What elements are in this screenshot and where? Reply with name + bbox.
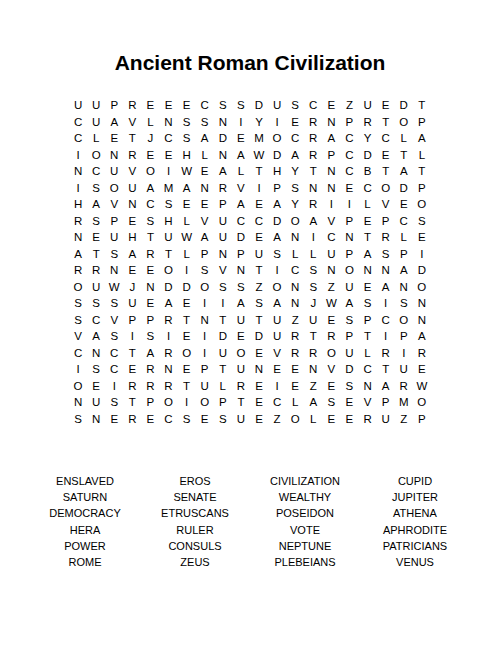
grid-cell: T [123,130,141,147]
grid-cell: S [141,328,159,345]
grid-cell: I [178,394,196,411]
grid-cell: M [159,180,177,197]
grid-cell: R [214,180,232,197]
grid-cell: E [250,378,268,395]
grid-cell: W [250,147,268,164]
grid-cell: C [159,411,177,428]
grid-cell: A [87,196,105,213]
puzzle-title: Ancient Roman Civilization [0,0,500,76]
grid-cell: V [123,163,141,180]
grid-cell: A [268,295,286,312]
grid-cell: T [87,246,105,263]
grid-cell: N [322,262,340,279]
word-list-item: ATHENA [360,505,470,521]
grid-cell: P [141,312,159,329]
grid-cell: P [359,312,377,329]
grid-cell: T [250,163,268,180]
grid-cell: P [395,328,413,345]
grid-cell: O [159,262,177,279]
grid-cell: P [123,312,141,329]
grid-cell: P [340,114,358,131]
grid-cell: Y [286,196,304,213]
grid-cell: A [268,229,286,246]
word-list-item: PATRICIANS [360,538,470,554]
grid-cell: P [214,196,232,213]
grid-cell: O [105,180,123,197]
grid-cell: C [268,394,286,411]
grid-cell: R [359,114,377,131]
grid-cell: N [69,229,87,246]
grid-cell: I [232,114,250,131]
grid-cell: D [268,147,286,164]
grid-cell: W [178,229,196,246]
grid-cell: N [322,180,340,197]
word-list-item: ENSLAVED [30,473,140,489]
grid-cell: E [159,147,177,164]
grid-cell: E [413,229,431,246]
grid-cell: V [69,328,87,345]
grid-cell: S [69,411,87,428]
grid-cell: R [123,411,141,428]
grid-cell: U [87,97,105,114]
grid-cell: O [87,147,105,164]
grid-cell: P [413,411,431,428]
grid-cell: E [105,411,123,428]
grid-cell: A [232,295,250,312]
grid-cell: U [322,246,340,263]
grid-cell: H [159,213,177,230]
grid-cell: S [286,97,304,114]
grid-cell: E [123,262,141,279]
grid-cell: I [69,180,87,197]
word-list-item: RULER [140,522,250,538]
grid-cell: C [141,196,159,213]
grid-cell: S [87,180,105,197]
grid-cell: D [413,262,431,279]
grid-cell: N [286,295,304,312]
grid-cell: I [196,328,214,345]
grid-cell: W [413,378,431,395]
word-list-column-1: ENSLAVEDSATURNDEMOCRACYHERAPOWERROME [30,473,140,570]
grid-cell: E [123,213,141,230]
grid-cell: H [268,163,286,180]
grid-cell: E [413,361,431,378]
grid-cell: U [123,180,141,197]
grid-cell: S [268,246,286,263]
grid-cell: I [377,295,395,312]
grid-cell: I [159,163,177,180]
grid-cell: R [87,262,105,279]
grid-cell: N [322,163,340,180]
grid-cell: E [250,229,268,246]
grid-cell: U [268,312,286,329]
word-list-item: JUPITER [360,489,470,505]
grid-cell: E [286,114,304,131]
grid-cell: V [105,196,123,213]
grid-cell: C [69,130,87,147]
grid-cell: U [250,246,268,263]
grid-cell: E [105,130,123,147]
grid-cell: N [105,147,123,164]
grid-cell: Y [359,130,377,147]
grid-cell: O [141,163,159,180]
grid-cell: A [232,196,250,213]
grid-cell: S [322,394,340,411]
grid-cell: O [413,394,431,411]
grid-cell: O [69,279,87,296]
grid-cell: A [322,130,340,147]
grid-cell: E [232,328,250,345]
word-list-item: VENUS [360,554,470,570]
grid-cell: I [250,180,268,197]
grid-cell: I [395,345,413,362]
grid-cell: S [340,312,358,329]
grid-cell: I [268,114,286,131]
grid-cell: C [340,147,358,164]
grid-cell: D [178,279,196,296]
grid-cell: U [232,312,250,329]
grid-cell: E [196,163,214,180]
grid-cell: A [141,180,159,197]
grid-cell: N [322,114,340,131]
grid-cell: S [69,312,87,329]
grid-cell: I [340,196,358,213]
grid-cell: T [377,163,395,180]
word-list-item: HERA [30,522,140,538]
grid-cell: C [69,345,87,362]
grid-cell: R [395,378,413,395]
grid-cell: S [395,295,413,312]
grid-cell: N [359,378,377,395]
grid-cell: U [159,229,177,246]
grid-cell: C [286,262,304,279]
grid-cell: A [141,345,159,362]
grid-cell: S [105,246,123,263]
grid-cell: V [196,213,214,230]
grid-cell: R [159,312,177,329]
grid-cell: E [250,345,268,362]
grid-cell: D [250,97,268,114]
grid-cell: I [123,328,141,345]
grid-cell: S [87,361,105,378]
grid-cell: A [377,279,395,296]
grid-cell: T [250,312,268,329]
grid-cell: R [286,345,304,362]
grid-cell: L [178,213,196,230]
word-list-item: SENATE [140,489,250,505]
grid-cell: U [69,97,87,114]
grid-cell: N [214,246,232,263]
grid-cell: A [196,229,214,246]
grid-cell: P [214,394,232,411]
word-list-column-3: CIVILIZATIONWEALTHYPOSEIDONVOTENEPTUNEPL… [250,473,360,570]
grid-cell: L [196,147,214,164]
grid-cell: L [359,196,377,213]
grid-cell: U [87,114,105,131]
grid-cell: N [395,279,413,296]
grid-cell: S [214,97,232,114]
grid-cell: S [178,411,196,428]
grid-cell: I [178,262,196,279]
grid-cell: I [268,262,286,279]
grid-cell: R [304,196,322,213]
grid-cell: N [196,312,214,329]
grid-cell: P [105,213,123,230]
grid-cell: U [105,163,123,180]
grid-cell: T [359,328,377,345]
grid-cell: J [141,130,159,147]
grid-cell: O [232,345,250,362]
grid-cell: I [322,196,340,213]
grid-cell: O [395,312,413,329]
grid-cell: S [178,114,196,131]
grid-cell: U [105,229,123,246]
word-list-item: NEPTUNE [250,538,360,554]
grid-cell: P [413,180,431,197]
word-list-item: ZEUS [140,554,250,570]
grid-cell: C [232,213,250,230]
grid-cell: S [159,196,177,213]
grid-cell: I [159,328,177,345]
grid-cell: T [123,345,141,362]
grid-cell: S [196,262,214,279]
grid-cell: N [413,295,431,312]
grid-cell: A [395,262,413,279]
grid-cell: N [159,361,177,378]
grid-cell: E [268,361,286,378]
grid-cell: A [395,163,413,180]
grid-cell: O [69,378,87,395]
word-list-item: CIVILIZATION [250,473,360,489]
grid-cell: S [214,411,232,428]
grid-cell: J [304,295,322,312]
grid-cell: U [268,97,286,114]
grid-cell: L [141,114,159,131]
grid-cell: L [232,163,250,180]
grid-cell: S [286,180,304,197]
grid-cell: U [87,394,105,411]
grid-cell: S [340,378,358,395]
grid-cell: O [377,180,395,197]
grid-cell: N [123,196,141,213]
grid-cell: P [232,246,250,263]
grid-cell: N [232,262,250,279]
grid-cell: R [359,411,377,428]
grid-cell: L [286,394,304,411]
grid-cell: R [123,147,141,164]
grid-cell: V [232,180,250,197]
grid-cell: M [250,130,268,147]
grid-cell: N [377,262,395,279]
grid-cell: Z [250,279,268,296]
grid-cell: P [141,394,159,411]
grid-cell: R [232,378,250,395]
word-list-item: EROS [140,473,250,489]
grid-cell: C [377,130,395,147]
grid-cell: A [359,246,377,263]
grid-cell: E [322,312,340,329]
grid-cell: H [69,196,87,213]
grid-cell: T [159,246,177,263]
grid-cell: T [413,97,431,114]
grid-cell: R [304,130,322,147]
grid-cell: N [340,229,358,246]
grid-cell: N [286,229,304,246]
grid-cell: A [413,328,431,345]
grid-cell: E [141,295,159,312]
grid-cell: O [159,394,177,411]
grid-cell: R [413,345,431,362]
grid-cell: E [178,196,196,213]
grid-cell: L [395,229,413,246]
word-list-column-4: CUPIDJUPITERATHENAAPHRODITEPATRICIANSVEN… [360,473,470,570]
word-list-item: DEMOCRACY [30,505,140,521]
grid-cell: E [359,213,377,230]
grid-cell: S [105,328,123,345]
grid-cell: E [141,262,159,279]
grid-cell: D [250,328,268,345]
grid-cell: C [395,213,413,230]
grid-cell: O [286,213,304,230]
grid-cell: Y [250,114,268,131]
grid-cell: A [304,394,322,411]
grid-cell: I [69,147,87,164]
grid-cell: Z [322,279,340,296]
grid-cell: R [304,147,322,164]
grid-cell: R [123,97,141,114]
grid-cell: S [178,130,196,147]
grid-cell: V [105,312,123,329]
grid-cell: T [413,163,431,180]
grid-cell: N [304,180,322,197]
grid-cell: E [178,361,196,378]
grid-cell: C [250,213,268,230]
grid-cell: A [123,246,141,263]
grid-cell: N [159,114,177,131]
grid-cell: T [304,163,322,180]
grid-cell: T [178,312,196,329]
grid-cell: P [340,246,358,263]
grid-cell: R [159,345,177,362]
grid-cell: O [340,262,358,279]
grid-cell: P [196,246,214,263]
grid-cell: E [340,394,358,411]
word-list-item: WEALTHY [250,489,360,505]
grid-cell: I [413,246,431,263]
grid-cell: S [304,279,322,296]
grid-cell: D [214,130,232,147]
grid-cell: R [69,262,87,279]
grid-cell: P [340,213,358,230]
grid-cell: E [286,378,304,395]
grid-cell: A [159,295,177,312]
grid-cell: L [304,411,322,428]
grid-cell: A [196,130,214,147]
grid-cell: E [141,97,159,114]
grid-cell: D [359,147,377,164]
grid-cell: C [105,361,123,378]
grid-cell: Z [286,312,304,329]
grid-cell: E [377,147,395,164]
grid-cell: T [178,378,196,395]
grid-cell: O [196,394,214,411]
grid-cell: R [159,378,177,395]
grid-cell: P [377,394,395,411]
grid-cell: D [395,97,413,114]
grid-cell: A [340,295,358,312]
grid-cell: Z [340,97,358,114]
grid-cell: Z [395,411,413,428]
grid-cell: E [250,394,268,411]
grid-cell: I [196,295,214,312]
grid-cell: C [69,114,87,131]
grid-cell: E [141,147,159,164]
grid-cell: C [196,97,214,114]
grid-cell: E [87,378,105,395]
grid-cell: E [322,378,340,395]
grid-cell: V [322,213,340,230]
grid-cell: I [196,345,214,362]
grid-cell: T [123,394,141,411]
grid-cell: C [322,229,340,246]
grid-cell: J [123,279,141,296]
grid-cell: L [178,246,196,263]
grid-cell: H [178,147,196,164]
grid-cell: L [304,246,322,263]
grid-cell: C [340,130,358,147]
grid-cell: R [123,378,141,395]
grid-cell: T [395,147,413,164]
grid-cell: S [232,279,250,296]
word-list-item: PLEBEIANS [250,554,360,570]
grid-cell: U [304,312,322,329]
grid-cell: A [286,147,304,164]
grid-cell: U [123,295,141,312]
grid-cell: C [304,97,322,114]
grid-cell: U [268,328,286,345]
grid-cell: C [87,163,105,180]
grid-cell: R [286,328,304,345]
grid-cell: U [214,213,232,230]
grid-cell: P [340,328,358,345]
grid-cell: A [178,180,196,197]
grid-cell: V [268,345,286,362]
grid-cell: V [214,262,232,279]
grid-cell: N [359,262,377,279]
grid-cell: H [123,229,141,246]
grid-cell: C [87,312,105,329]
grid-cell: S [87,295,105,312]
grid-cell: E [395,196,413,213]
grid-cell: S [87,213,105,230]
grid-cell: O [178,345,196,362]
grid-cell: A [268,196,286,213]
grid-cell: R [141,246,159,263]
grid-cell: U [340,279,358,296]
grid-cell: D [268,213,286,230]
grid-cell: T [214,312,232,329]
grid-cell: N [69,394,87,411]
grid-cell: S [250,295,268,312]
grid-cell: E [322,97,340,114]
grid-cell: S [359,295,377,312]
word-list-item: CUPID [360,473,470,489]
grid-cell: C [359,361,377,378]
letter-grid: UUPREEECSSDUSCEZUEDTCUAVLNSSNIYIERNPRTOP… [69,97,431,427]
grid-cell: T [304,328,322,345]
grid-cell: A [377,378,395,395]
grid-cell: D [395,180,413,197]
